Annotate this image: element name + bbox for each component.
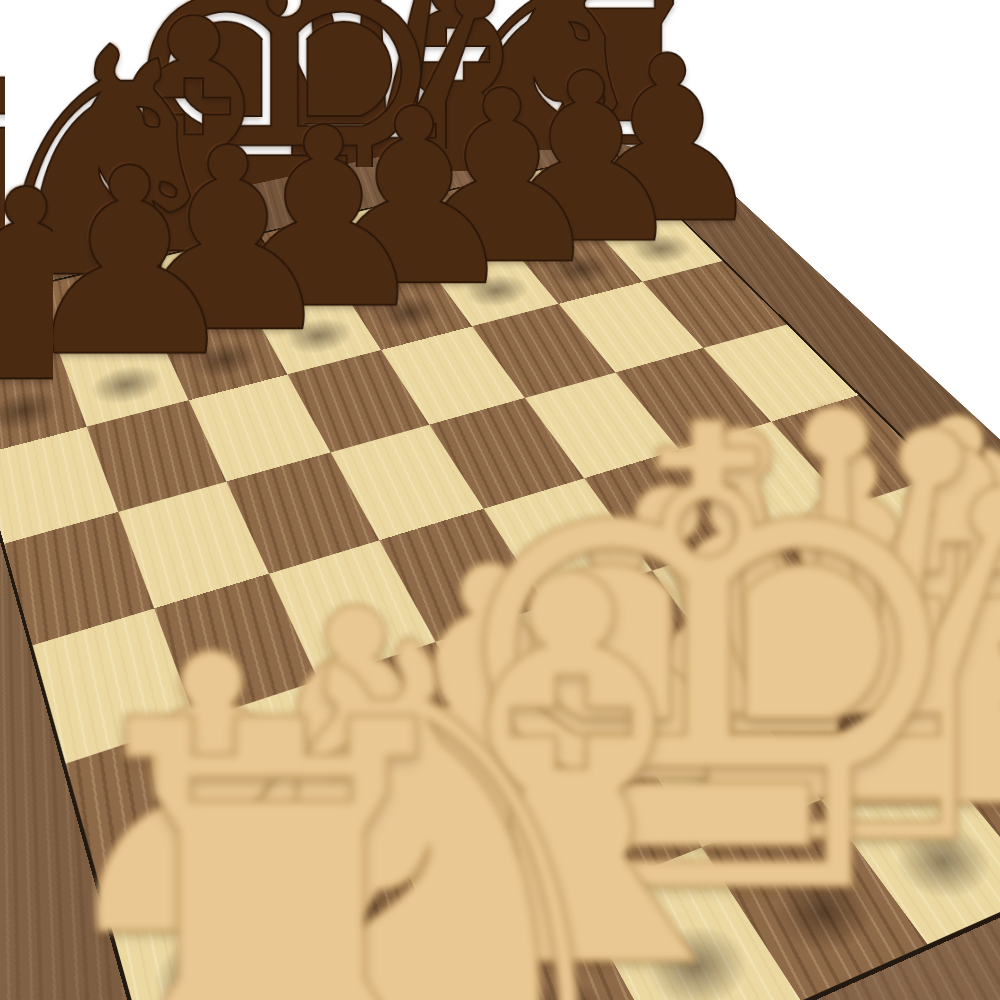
- square-a7[interactable]: ♟: [0, 352, 86, 455]
- chess-table: ♜♞♝♚♛♝♞♜♟♟♟♟♟♟♟♟♟♟♟♟♟♟♟♟♜♞♝♚♛♝♞♜: [0, 102, 1000, 1000]
- photo-scene: ♜♞♝♚♛♝♞♜♟♟♟♟♟♟♟♟♟♟♟♟♟♟♟♟♜♞♝♚♛♝♞♜: [0, 0, 1000, 1000]
- dark-pawn[interactable]: ♟: [0, 155, 144, 419]
- board-grid: ♜♞♝♚♛♝♞♜♟♟♟♟♟♟♟♟♟♟♟♟♟♟♟♟♜♞♝♚♛♝♞♜: [0, 152, 1000, 1000]
- light-rook[interactable]: ♜: [40, 656, 503, 1000]
